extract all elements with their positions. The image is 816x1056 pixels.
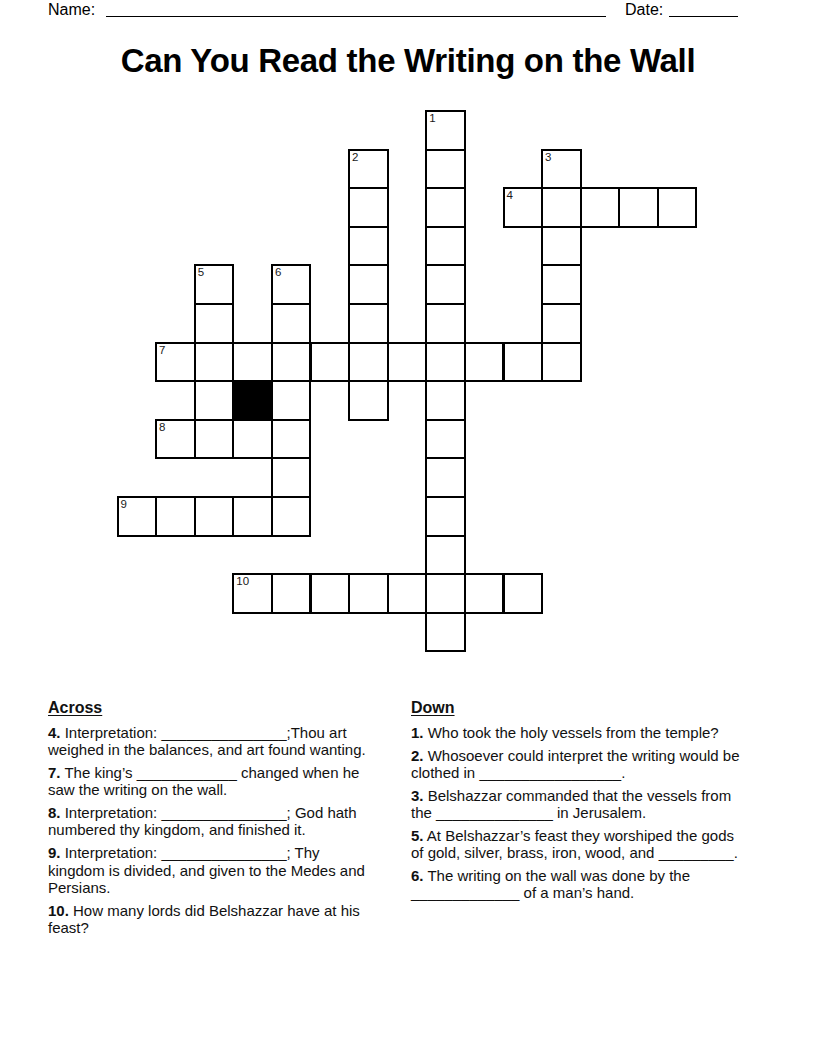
grid-cell[interactable] — [271, 342, 312, 383]
grid-cell[interactable] — [541, 226, 582, 267]
grid-cell[interactable] — [541, 187, 582, 228]
across-clue-list: 4. Interpretation: _______________;Thou … — [48, 724, 380, 936]
clue-item: 9. Interpretation: _______________; Thy … — [48, 844, 380, 896]
cell-number: 2 — [352, 151, 358, 164]
clue-text: How many lords did Belshazzar have at hi… — [48, 902, 360, 936]
grid-cell[interactable] — [580, 187, 621, 228]
clue-text: Interpretation: _______________; God hat… — [48, 804, 357, 838]
grid-cell[interactable] — [194, 496, 235, 537]
cell-number: 4 — [507, 189, 513, 202]
clue-item: 1. Who took the holy vessels from the te… — [411, 724, 743, 741]
grid-cell[interactable] — [618, 187, 659, 228]
clue-text: Who took the holy vessels from the templ… — [424, 724, 719, 741]
grid-cell[interactable] — [310, 342, 351, 383]
grid-cell[interactable] — [271, 380, 312, 421]
cell-number: 7 — [159, 344, 165, 357]
grid-cell[interactable] — [194, 380, 235, 421]
clue-text: The king’s ____________ changed when he … — [48, 764, 359, 798]
clue-number: 6. — [411, 867, 424, 884]
grid-cell[interactable] — [271, 496, 312, 537]
cell-number: 5 — [198, 266, 204, 279]
grid-cell[interactable] — [425, 303, 466, 344]
cell-number: 6 — [275, 266, 281, 279]
clue-number: 7. — [48, 764, 61, 781]
grid-cell[interactable]: 4 — [503, 187, 544, 228]
grid-cell[interactable] — [348, 303, 389, 344]
grid-cell-black — [232, 380, 273, 421]
grid-cell[interactable] — [271, 419, 312, 460]
down-clue-list: 1. Who took the holy vessels from the te… — [411, 724, 743, 902]
grid-cell[interactable]: 9 — [117, 496, 158, 537]
grid-cell[interactable]: 2 — [348, 149, 389, 190]
grid-cell[interactable] — [503, 342, 544, 383]
down-heading: Down — [411, 699, 743, 717]
grid-cell[interactable]: 6 — [271, 264, 312, 305]
worksheet-page: Name: Date: Can You Read the Writing on … — [0, 0, 816, 1056]
clue-text: The writing on the wall was done by the … — [411, 867, 690, 901]
clue-item: 10. How many lords did Belshazzar have a… — [48, 902, 380, 937]
grid-cell[interactable] — [425, 419, 466, 460]
clue-number: 2. — [411, 747, 424, 764]
grid-cell[interactable]: 7 — [155, 342, 196, 383]
clue-item: 4. Interpretation: _______________;Thou … — [48, 724, 380, 759]
grid-cell[interactable] — [425, 535, 466, 576]
crossword-grid: 12345678910 — [0, 0, 816, 700]
grid-cell[interactable] — [348, 187, 389, 228]
grid-cell[interactable] — [425, 264, 466, 305]
clue-number: 10. — [48, 902, 69, 919]
cell-number: 1 — [429, 112, 435, 125]
grid-cell[interactable] — [503, 573, 544, 614]
clue-number: 3. — [411, 787, 424, 804]
grid-cell[interactable] — [541, 264, 582, 305]
grid-cell[interactable] — [425, 149, 466, 190]
clue-number: 9. — [48, 844, 61, 861]
clues-across-section: Across 4. Interpretation: ______________… — [48, 699, 380, 942]
cell-number: 10 — [236, 575, 249, 588]
clue-text: Interpretation: _______________;Thou art… — [48, 724, 366, 758]
grid-cell[interactable]: 3 — [541, 149, 582, 190]
grid-cell[interactable] — [541, 342, 582, 383]
grid-cell[interactable]: 8 — [155, 419, 196, 460]
clue-item: 2. Whosoever could interpret the writing… — [411, 747, 743, 782]
clue-text: At Belshazzar’s feast they worshiped the… — [411, 827, 738, 861]
grid-cell[interactable]: 1 — [425, 110, 466, 151]
grid-cell[interactable] — [464, 573, 505, 614]
grid-cell[interactable] — [425, 457, 466, 498]
grid-cell[interactable] — [387, 342, 428, 383]
grid-cell[interactable] — [425, 380, 466, 421]
clue-text: Interpretation: _______________; Thy kin… — [48, 844, 365, 896]
across-heading: Across — [48, 699, 380, 717]
grid-cell[interactable] — [425, 573, 466, 614]
grid-cell[interactable] — [425, 187, 466, 228]
grid-cell[interactable] — [425, 612, 466, 653]
clue-number: 8. — [48, 804, 61, 821]
grid-cell[interactable] — [348, 380, 389, 421]
grid-cell[interactable] — [232, 342, 273, 383]
grid-cell[interactable] — [155, 496, 196, 537]
grid-cell[interactable] — [271, 457, 312, 498]
cell-number: 8 — [159, 421, 165, 434]
clue-number: 4. — [48, 724, 61, 741]
cell-number: 3 — [545, 151, 551, 164]
grid-cell[interactable] — [425, 226, 466, 267]
grid-cell[interactable] — [657, 187, 698, 228]
grid-cell[interactable] — [541, 303, 582, 344]
grid-cell[interactable] — [348, 342, 389, 383]
grid-cell[interactable] — [232, 419, 273, 460]
grid-cell[interactable] — [310, 573, 351, 614]
clue-number: 1. — [411, 724, 424, 741]
grid-cell[interactable] — [348, 573, 389, 614]
grid-cell[interactable]: 10 — [232, 573, 273, 614]
clue-item: 7. The king’s ____________ changed when … — [48, 764, 380, 799]
grid-cell[interactable] — [271, 303, 312, 344]
grid-cell[interactable] — [464, 342, 505, 383]
grid-cell[interactable] — [348, 264, 389, 305]
grid-cell[interactable] — [194, 303, 235, 344]
clue-item: 5. At Belshazzar’s feast they worshiped … — [411, 827, 743, 862]
cell-number: 9 — [121, 498, 127, 511]
grid-cell[interactable] — [387, 573, 428, 614]
grid-cell[interactable] — [194, 342, 235, 383]
grid-cell[interactable] — [232, 496, 273, 537]
clue-number: 5. — [411, 827, 424, 844]
grid-cell[interactable]: 5 — [194, 264, 235, 305]
clue-item: 8. Interpretation: _______________; God … — [48, 804, 380, 839]
grid-cell[interactable] — [271, 573, 312, 614]
clue-item: 3. Belshazzar commanded that the vessels… — [411, 787, 743, 822]
grid-cell[interactable] — [348, 226, 389, 267]
clue-text: Belshazzar commanded that the vessels fr… — [411, 787, 731, 821]
grid-cell[interactable] — [425, 496, 466, 537]
clue-item: 6. The writing on the wall was done by t… — [411, 867, 743, 902]
clue-text: Whosoever could interpret the writing wo… — [411, 747, 740, 781]
grid-cell[interactable] — [194, 419, 235, 460]
grid-cell[interactable] — [425, 342, 466, 383]
clues-down-section: Down 1. Who took the holy vessels from t… — [411, 699, 743, 907]
